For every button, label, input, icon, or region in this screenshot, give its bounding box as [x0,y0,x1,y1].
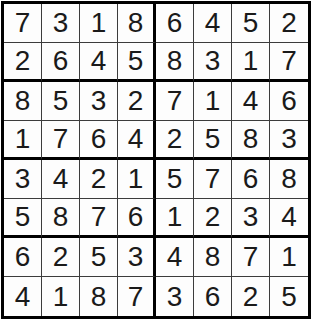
cell-r8c3[interactable]: 8 [80,277,118,316]
cell-r1c1[interactable]: 7 [4,4,42,43]
cell-r2c8[interactable]: 7 [270,43,308,82]
cell-r4c3[interactable]: 6 [80,121,118,160]
cell-r6c8[interactable]: 4 [270,199,308,238]
cell-r8c2[interactable]: 1 [42,277,80,316]
sudoku-board-frame: 7318645226458317853271461764258334215768… [1,1,311,319]
cell-r8c6[interactable]: 6 [194,277,232,316]
cell-r1c5[interactable]: 6 [156,4,194,43]
cell-r8c4[interactable]: 7 [118,277,156,316]
cell-r3c3[interactable]: 3 [80,82,118,121]
cell-r7c4[interactable]: 3 [118,238,156,277]
cell-r3c4[interactable]: 2 [118,82,156,121]
cell-r7c7[interactable]: 7 [232,238,270,277]
cell-r1c2[interactable]: 3 [42,4,80,43]
cell-r3c6[interactable]: 1 [194,82,232,121]
sudoku-board: 7318645226458317853271461764258334215768… [4,4,308,316]
cell-r4c6[interactable]: 5 [194,121,232,160]
cell-r5c2[interactable]: 4 [42,160,80,199]
cell-r4c1[interactable]: 1 [4,121,42,160]
cell-r2c3[interactable]: 4 [80,43,118,82]
cell-r6c6[interactable]: 2 [194,199,232,238]
cell-r2c4[interactable]: 5 [118,43,156,82]
cell-r2c5[interactable]: 8 [156,43,194,82]
cell-r5c3[interactable]: 2 [80,160,118,199]
cell-r4c8[interactable]: 3 [270,121,308,160]
cell-r7c6[interactable]: 8 [194,238,232,277]
cell-r5c4[interactable]: 1 [118,160,156,199]
cell-r8c5[interactable]: 3 [156,277,194,316]
cell-r5c1[interactable]: 3 [4,160,42,199]
cell-r4c2[interactable]: 7 [42,121,80,160]
cell-r6c5[interactable]: 1 [156,199,194,238]
cell-r8c7[interactable]: 2 [232,277,270,316]
cell-r6c4[interactable]: 6 [118,199,156,238]
cell-r2c2[interactable]: 6 [42,43,80,82]
cell-r2c6[interactable]: 3 [194,43,232,82]
cell-r7c8[interactable]: 1 [270,238,308,277]
cell-r3c5[interactable]: 7 [156,82,194,121]
cell-r5c6[interactable]: 7 [194,160,232,199]
cell-r1c7[interactable]: 5 [232,4,270,43]
cell-r8c8[interactable]: 5 [270,277,308,316]
cell-r4c5[interactable]: 2 [156,121,194,160]
cell-r1c3[interactable]: 1 [80,4,118,43]
cell-r1c4[interactable]: 8 [118,4,156,43]
cell-r2c7[interactable]: 1 [232,43,270,82]
cell-r1c8[interactable]: 2 [270,4,308,43]
cell-r6c2[interactable]: 8 [42,199,80,238]
cell-r5c8[interactable]: 8 [270,160,308,199]
cell-r3c7[interactable]: 4 [232,82,270,121]
cell-r3c1[interactable]: 8 [4,82,42,121]
cell-r1c6[interactable]: 4 [194,4,232,43]
cell-r7c3[interactable]: 5 [80,238,118,277]
cell-r7c5[interactable]: 4 [156,238,194,277]
cell-r3c8[interactable]: 6 [270,82,308,121]
cell-r7c2[interactable]: 2 [42,238,80,277]
cell-r3c2[interactable]: 5 [42,82,80,121]
cell-r5c7[interactable]: 6 [232,160,270,199]
cell-r4c7[interactable]: 8 [232,121,270,160]
cell-r7c1[interactable]: 6 [4,238,42,277]
cell-r5c5[interactable]: 5 [156,160,194,199]
cell-r4c4[interactable]: 4 [118,121,156,160]
cell-r8c1[interactable]: 4 [4,277,42,316]
cell-r6c3[interactable]: 7 [80,199,118,238]
cell-r6c7[interactable]: 3 [232,199,270,238]
cell-r2c1[interactable]: 2 [4,43,42,82]
cell-r6c1[interactable]: 5 [4,199,42,238]
